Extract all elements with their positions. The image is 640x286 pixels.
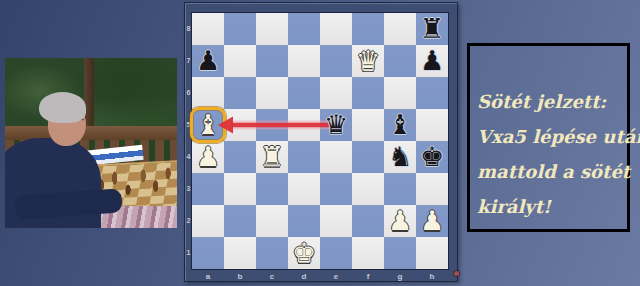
square-d8[interactable] [288,13,320,45]
square-e1[interactable] [320,237,352,269]
square-a4[interactable]: ♟ [192,141,224,173]
file-label-g: g [384,271,416,283]
square-d6[interactable] [288,77,320,109]
file-label-f: f [352,271,384,283]
square-g7[interactable] [384,45,416,77]
square-f6[interactable] [352,77,384,109]
square-g5[interactable]: ♝ [384,109,416,141]
square-b7[interactable] [224,45,256,77]
photo-player-hair [39,92,85,123]
square-f7[interactable]: ♛ [352,45,384,77]
square-e3[interactable] [320,173,352,205]
black-bishop-g5: ♝ [388,109,412,141]
white-pawn-a4: ♟ [196,141,220,173]
square-f5[interactable] [352,109,384,141]
square-c6[interactable] [256,77,288,109]
caption-line-1: Sötét jelzett: [470,84,627,119]
square-c1[interactable] [256,237,288,269]
square-e8[interactable] [320,13,352,45]
black-rook-h8: ♜ [420,13,444,45]
square-d1[interactable]: ♚ [288,237,320,269]
rank-label-7: 7 [185,45,192,77]
square-d2[interactable] [288,205,320,237]
file-label-e: e [320,271,352,283]
black-queen-e5: ♛ [324,109,348,141]
square-a7[interactable]: ♟ [192,45,224,77]
square-e4[interactable] [320,141,352,173]
white-queen-f7: ♛ [356,45,380,77]
square-h1[interactable] [416,237,448,269]
square-h4[interactable]: ♚ [416,141,448,173]
square-g1[interactable] [384,237,416,269]
file-label-b: b [224,271,256,283]
rank-label-2: 2 [185,205,192,237]
rank-label-4: 4 [185,141,192,173]
square-c2[interactable] [256,205,288,237]
square-b3[interactable] [224,173,256,205]
square-f4[interactable] [352,141,384,173]
square-a5[interactable]: ♝ [192,109,224,141]
square-g4[interactable]: ♞ [384,141,416,173]
caption-line-4: királyt! [470,189,627,224]
square-f3[interactable] [352,173,384,205]
white-rook-c4: ♜ [260,141,284,173]
square-e7[interactable] [320,45,352,77]
square-g3[interactable] [384,173,416,205]
square-g6[interactable] [384,77,416,109]
square-h6[interactable] [416,77,448,109]
outdoor-photo [5,58,177,228]
square-b6[interactable] [224,77,256,109]
square-f8[interactable] [352,13,384,45]
square-a8[interactable] [192,13,224,45]
file-label-d: d [288,271,320,283]
square-g8[interactable] [384,13,416,45]
square-e2[interactable] [320,205,352,237]
white-pawn-g2: ♟ [388,205,412,237]
file-label-c: c [256,271,288,283]
white-pawn-h2: ♟ [420,205,444,237]
square-b4[interactable] [224,141,256,173]
black-pawn-a7: ♟ [196,45,220,77]
square-e5[interactable]: ♛ [320,109,352,141]
rank-label-6: 6 [185,77,192,109]
red-status-dot [454,271,459,276]
file-label-h: h [416,271,448,283]
white-bishop-a5: ♝ [196,109,220,141]
square-a2[interactable] [192,205,224,237]
square-c4[interactable]: ♜ [256,141,288,173]
square-g2[interactable]: ♟ [384,205,416,237]
caption-line-3: mattold a sötét [470,154,627,189]
square-f1[interactable] [352,237,384,269]
rank-label-8: 8 [185,13,192,45]
square-c8[interactable] [256,13,288,45]
square-a6[interactable] [192,77,224,109]
caption-line-2: Vxa5 lépése után [470,119,627,154]
board-grid: ♜♟♛♟♝♛♝♟♜♞♚♟♟♚ [192,13,448,269]
square-d5[interactable] [288,109,320,141]
file-label-a: a [192,271,224,283]
square-h7[interactable]: ♟ [416,45,448,77]
black-king-h4: ♚ [420,141,444,173]
photo-deck-rail [5,126,177,140]
square-h5[interactable] [416,109,448,141]
square-h2[interactable]: ♟ [416,205,448,237]
square-c7[interactable] [256,45,288,77]
square-d3[interactable] [288,173,320,205]
square-f2[interactable] [352,205,384,237]
white-king-d1: ♚ [292,237,316,269]
square-b5[interactable] [224,109,256,141]
chess-board: ♜♟♛♟♝♛♝♟♜♞♚♟♟♚ 87654321 abcdefgh [184,2,458,282]
square-b2[interactable] [224,205,256,237]
square-e6[interactable] [320,77,352,109]
rank-label-1: 1 [185,237,192,269]
square-h8[interactable]: ♜ [416,13,448,45]
square-c5[interactable] [256,109,288,141]
square-b8[interactable] [224,13,256,45]
square-c3[interactable] [256,173,288,205]
puzzle-caption-box: Sötét jelzett: Vxa5 lépése után mattold … [467,43,630,232]
rank-label-3: 3 [185,173,192,205]
black-pawn-h7: ♟ [420,45,444,77]
black-knight-g4: ♞ [388,141,412,173]
square-d4[interactable] [288,141,320,173]
square-b1[interactable] [224,237,256,269]
square-a3[interactable] [192,173,224,205]
square-d7[interactable] [288,45,320,77]
square-h3[interactable] [416,173,448,205]
square-a1[interactable] [192,237,224,269]
